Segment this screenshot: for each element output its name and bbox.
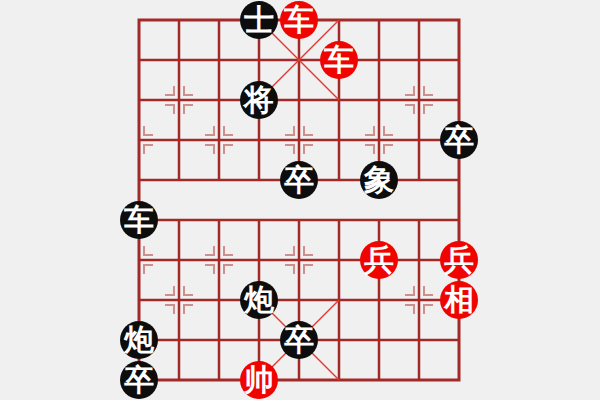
board-point-7-8[interactable] bbox=[399, 320, 439, 360]
piece-black-pawn[interactable]: 卒 bbox=[440, 121, 478, 159]
board-point-5-5[interactable] bbox=[319, 200, 359, 240]
board-point-0-7[interactable] bbox=[119, 280, 159, 320]
piece-red-general[interactable]: 帅 bbox=[240, 361, 278, 399]
board-point-7-7[interactable] bbox=[399, 280, 439, 320]
piece-black-elephant[interactable]: 象 bbox=[360, 161, 398, 199]
board-point-7-2[interactable] bbox=[399, 80, 439, 120]
board-point-7-4[interactable] bbox=[399, 160, 439, 200]
board-point-1-1[interactable] bbox=[159, 40, 199, 80]
board-point-6-1[interactable] bbox=[359, 40, 399, 80]
board-point-8-7[interactable]: 相 bbox=[439, 280, 479, 320]
board-point-1-0[interactable] bbox=[159, 0, 199, 40]
xiangqi-board: 士车车将卒卒象车兵兵炮相炮卒卒帅 bbox=[119, 0, 479, 400]
piece-black-pawn[interactable]: 卒 bbox=[280, 321, 318, 359]
board-point-3-4[interactable] bbox=[239, 160, 279, 200]
board-point-6-7[interactable] bbox=[359, 280, 399, 320]
piece-red-chariot[interactable]: 车 bbox=[320, 41, 358, 79]
board-point-2-8[interactable] bbox=[199, 320, 239, 360]
board-point-0-2[interactable] bbox=[119, 80, 159, 120]
board-point-0-0[interactable] bbox=[119, 0, 159, 40]
board-point-2-5[interactable] bbox=[199, 200, 239, 240]
piece-black-chariot[interactable]: 车 bbox=[120, 201, 158, 239]
board-point-6-4[interactable]: 象 bbox=[359, 160, 399, 200]
board-point-7-1[interactable] bbox=[399, 40, 439, 80]
piece-black-cannon[interactable]: 炮 bbox=[120, 321, 158, 359]
board-point-3-5[interactable] bbox=[239, 200, 279, 240]
board-point-5-6[interactable] bbox=[319, 240, 359, 280]
board-point-1-3[interactable] bbox=[159, 120, 199, 160]
board-point-1-8[interactable] bbox=[159, 320, 199, 360]
piece-black-cannon[interactable]: 炮 bbox=[240, 281, 278, 319]
board-point-8-3[interactable]: 卒 bbox=[439, 120, 479, 160]
piece-black-advisor[interactable]: 士 bbox=[240, 1, 278, 39]
board-point-8-8[interactable] bbox=[439, 320, 479, 360]
board-point-8-6[interactable]: 兵 bbox=[439, 240, 479, 280]
board-point-6-6[interactable]: 兵 bbox=[359, 240, 399, 280]
board-point-4-7[interactable] bbox=[279, 280, 319, 320]
piece-red-pawn[interactable]: 兵 bbox=[440, 241, 478, 279]
board-grid: 士车车将卒卒象车兵兵炮相炮卒卒帅 bbox=[119, 0, 479, 400]
board-point-6-8[interactable] bbox=[359, 320, 399, 360]
board-point-3-8[interactable] bbox=[239, 320, 279, 360]
board-point-0-8[interactable]: 炮 bbox=[119, 320, 159, 360]
board-point-3-7[interactable]: 炮 bbox=[239, 280, 279, 320]
board-point-0-1[interactable] bbox=[119, 40, 159, 80]
board-point-7-0[interactable] bbox=[399, 0, 439, 40]
board-point-3-0[interactable]: 士 bbox=[239, 0, 279, 40]
board-point-2-0[interactable] bbox=[199, 0, 239, 40]
board-point-5-2[interactable] bbox=[319, 80, 359, 120]
board-point-3-3[interactable] bbox=[239, 120, 279, 160]
board-point-8-5[interactable] bbox=[439, 200, 479, 240]
board-point-3-9[interactable]: 帅 bbox=[239, 360, 279, 400]
screen: 士车车将卒卒象车兵兵炮相炮卒卒帅 bbox=[0, 0, 600, 400]
board-point-4-6[interactable] bbox=[279, 240, 319, 280]
board-point-2-6[interactable] bbox=[199, 240, 239, 280]
board-point-1-6[interactable] bbox=[159, 240, 199, 280]
board-point-2-7[interactable] bbox=[199, 280, 239, 320]
board-point-2-4[interactable] bbox=[199, 160, 239, 200]
board-point-1-2[interactable] bbox=[159, 80, 199, 120]
board-point-8-9[interactable] bbox=[439, 360, 479, 400]
piece-red-pawn[interactable]: 兵 bbox=[360, 241, 398, 279]
board-point-8-4[interactable] bbox=[439, 160, 479, 200]
board-point-4-1[interactable] bbox=[279, 40, 319, 80]
board-point-3-1[interactable] bbox=[239, 40, 279, 80]
board-point-5-4[interactable] bbox=[319, 160, 359, 200]
board-point-4-4[interactable]: 卒 bbox=[279, 160, 319, 200]
board-point-2-1[interactable] bbox=[199, 40, 239, 80]
piece-black-general[interactable]: 将 bbox=[240, 81, 278, 119]
piece-black-pawn[interactable]: 卒 bbox=[120, 361, 158, 399]
board-point-1-4[interactable] bbox=[159, 160, 199, 200]
board-point-6-9[interactable] bbox=[359, 360, 399, 400]
board-point-7-3[interactable] bbox=[399, 120, 439, 160]
board-point-0-4[interactable] bbox=[119, 160, 159, 200]
board-point-3-6[interactable] bbox=[239, 240, 279, 280]
board-point-0-9[interactable]: 卒 bbox=[119, 360, 159, 400]
board-point-5-3[interactable] bbox=[319, 120, 359, 160]
board-point-4-3[interactable] bbox=[279, 120, 319, 160]
board-point-2-2[interactable] bbox=[199, 80, 239, 120]
board-point-5-1[interactable]: 车 bbox=[319, 40, 359, 80]
piece-red-elephant[interactable]: 相 bbox=[440, 281, 478, 319]
board-point-6-3[interactable] bbox=[359, 120, 399, 160]
piece-black-pawn[interactable]: 卒 bbox=[280, 161, 318, 199]
board-point-2-9[interactable] bbox=[199, 360, 239, 400]
board-point-7-6[interactable] bbox=[399, 240, 439, 280]
board-point-8-1[interactable] bbox=[439, 40, 479, 80]
board-point-5-9[interactable] bbox=[319, 360, 359, 400]
board-point-4-5[interactable] bbox=[279, 200, 319, 240]
board-point-6-5[interactable] bbox=[359, 200, 399, 240]
board-point-5-8[interactable] bbox=[319, 320, 359, 360]
board-point-6-2[interactable] bbox=[359, 80, 399, 120]
board-point-4-0[interactable]: 车 bbox=[279, 0, 319, 40]
board-point-7-9[interactable] bbox=[399, 360, 439, 400]
board-point-3-2[interactable]: 将 bbox=[239, 80, 279, 120]
board-point-4-2[interactable] bbox=[279, 80, 319, 120]
board-point-7-5[interactable] bbox=[399, 200, 439, 240]
board-point-1-7[interactable] bbox=[159, 280, 199, 320]
board-point-4-9[interactable] bbox=[279, 360, 319, 400]
board-point-1-9[interactable] bbox=[159, 360, 199, 400]
board-point-2-3[interactable] bbox=[199, 120, 239, 160]
board-point-8-0[interactable] bbox=[439, 0, 479, 40]
board-point-4-8[interactable]: 卒 bbox=[279, 320, 319, 360]
board-point-0-3[interactable] bbox=[119, 120, 159, 160]
board-point-1-5[interactable] bbox=[159, 200, 199, 240]
board-point-0-5[interactable]: 车 bbox=[119, 200, 159, 240]
board-point-0-6[interactable] bbox=[119, 240, 159, 280]
board-point-5-0[interactable] bbox=[319, 0, 359, 40]
board-point-8-2[interactable] bbox=[439, 80, 479, 120]
board-point-6-0[interactable] bbox=[359, 0, 399, 40]
piece-red-chariot[interactable]: 车 bbox=[280, 1, 318, 39]
board-point-5-7[interactable] bbox=[319, 280, 359, 320]
